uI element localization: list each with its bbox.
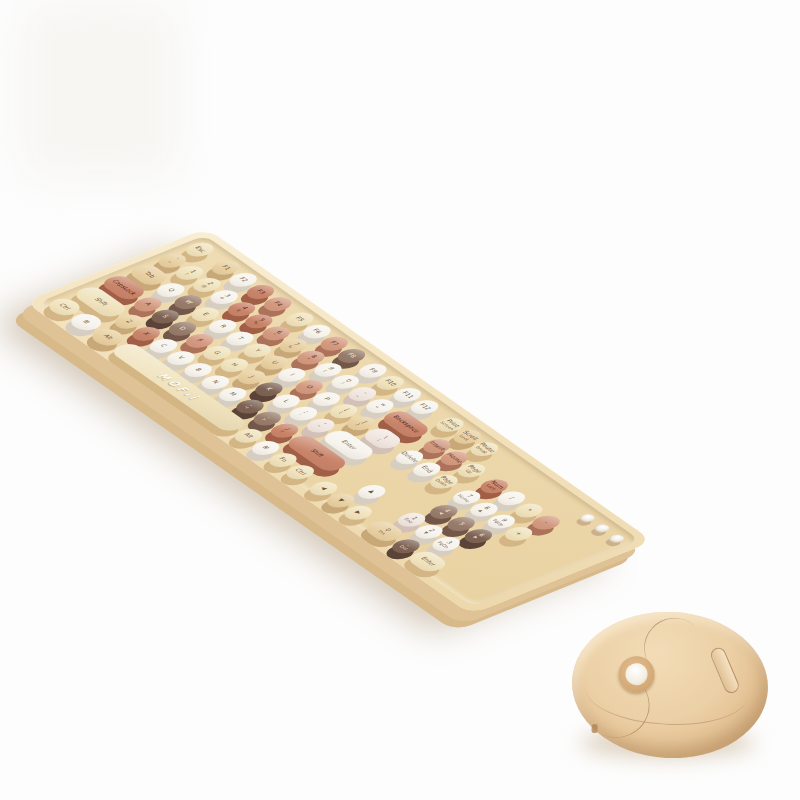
product-photo: EscF1F2F3F4F5F6F7F8F9F10F11F12PrintScree… [0, 0, 800, 800]
background-shading [20, 0, 180, 180]
mouse-notch [591, 724, 597, 733]
scroll-wheel-icon [625, 663, 648, 686]
wireless-mouse [568, 607, 771, 763]
keyboard-tray: EscF1F2F3F4F5F6F7F8F9F10F11F12PrintScree… [24, 228, 653, 615]
